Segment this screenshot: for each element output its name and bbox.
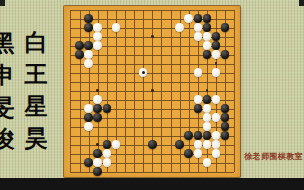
stone-black bbox=[93, 113, 102, 122]
stone-white bbox=[103, 149, 112, 158]
stone-white bbox=[139, 68, 148, 77]
stone-white bbox=[112, 23, 121, 32]
grid-line-vertical bbox=[234, 10, 235, 172]
white-name-char-3: 昊 bbox=[24, 123, 48, 155]
stone-black bbox=[203, 23, 212, 32]
stone-white bbox=[103, 158, 112, 167]
top-right-corner-mark bbox=[299, 0, 304, 6]
stone-black bbox=[194, 14, 203, 23]
stone-black bbox=[93, 104, 102, 113]
stone-white bbox=[93, 32, 102, 41]
stone-white bbox=[203, 32, 212, 41]
stone-white bbox=[212, 68, 221, 77]
stone-black bbox=[84, 23, 93, 32]
stone-black bbox=[212, 41, 221, 50]
stone-white bbox=[212, 50, 221, 59]
stone-black bbox=[175, 140, 184, 149]
stone-black bbox=[203, 131, 212, 140]
star-point bbox=[96, 143, 99, 146]
stone-black bbox=[103, 104, 112, 113]
stone-white bbox=[194, 68, 203, 77]
star-point bbox=[151, 89, 154, 92]
stone-white bbox=[194, 23, 203, 32]
stone-white bbox=[175, 23, 184, 32]
stone-black bbox=[93, 149, 102, 158]
stone-black bbox=[194, 104, 203, 113]
stone-white bbox=[194, 140, 203, 149]
stone-white bbox=[203, 140, 212, 149]
stone-white bbox=[203, 158, 212, 167]
grid-line-vertical bbox=[189, 10, 190, 172]
stone-white bbox=[203, 41, 212, 50]
stone-white bbox=[184, 14, 193, 23]
star-point bbox=[151, 35, 154, 38]
top-left-corner-mark bbox=[0, 0, 5, 6]
grid-line-vertical bbox=[171, 10, 172, 172]
stone-black bbox=[203, 14, 212, 23]
stone-black bbox=[212, 32, 221, 41]
stone-white bbox=[194, 95, 203, 104]
stone-black bbox=[203, 50, 212, 59]
grid-line-vertical bbox=[225, 10, 226, 172]
stone-white bbox=[212, 131, 221, 140]
stone-black bbox=[84, 158, 93, 167]
stone-black bbox=[194, 131, 203, 140]
stone-black bbox=[84, 41, 93, 50]
stone-black bbox=[84, 113, 93, 122]
stone-white bbox=[84, 59, 93, 68]
stone-black bbox=[184, 149, 193, 158]
white-label: 白 bbox=[24, 27, 48, 59]
stone-white bbox=[212, 95, 221, 104]
screenshot-root: 黑 申 旻 埈 白 王 星 昊 徐老师围棋教室 bbox=[0, 0, 304, 190]
white-player-column: 白 王 星 昊 bbox=[24, 27, 48, 155]
black-label: 黑 bbox=[0, 28, 15, 60]
stone-white bbox=[93, 95, 102, 104]
star-point bbox=[96, 89, 99, 92]
stone-white bbox=[194, 149, 203, 158]
stone-black bbox=[221, 131, 230, 140]
stone-white bbox=[93, 23, 102, 32]
stone-white bbox=[212, 113, 221, 122]
watermark-text: 徐老师围棋教室 bbox=[244, 151, 303, 162]
stone-white bbox=[93, 41, 102, 50]
stone-black bbox=[184, 131, 193, 140]
black-name-char-3: 埈 bbox=[0, 124, 15, 156]
stone-white bbox=[203, 122, 212, 131]
go-board[interactable] bbox=[64, 6, 240, 177]
stone-white bbox=[212, 149, 221, 158]
player-control-bar bbox=[0, 178, 304, 190]
stone-black bbox=[221, 104, 230, 113]
white-name-char-2: 星 bbox=[24, 91, 48, 123]
black-name-char-1: 申 bbox=[0, 60, 15, 92]
stone-black bbox=[103, 140, 112, 149]
stone-black bbox=[93, 167, 102, 176]
stone-white bbox=[203, 113, 212, 122]
stone-black bbox=[75, 41, 84, 50]
stone-white bbox=[93, 158, 102, 167]
black-player-column: 黑 申 旻 埈 bbox=[0, 28, 15, 156]
stone-white bbox=[112, 140, 121, 149]
stone-black bbox=[75, 50, 84, 59]
stone-white bbox=[203, 104, 212, 113]
stone-black bbox=[84, 14, 93, 23]
stone-black bbox=[148, 140, 157, 149]
star-point bbox=[206, 89, 209, 92]
stone-black bbox=[203, 95, 212, 104]
stone-white bbox=[194, 32, 203, 41]
stone-black bbox=[221, 113, 230, 122]
stone-black bbox=[221, 23, 230, 32]
stone-white bbox=[84, 50, 93, 59]
stone-black bbox=[221, 122, 230, 131]
black-name-char-2: 旻 bbox=[0, 92, 15, 124]
last-move-marker bbox=[142, 71, 145, 74]
white-name-char-1: 王 bbox=[24, 59, 48, 91]
stone-black bbox=[221, 50, 230, 59]
stone-white bbox=[84, 104, 93, 113]
stone-white bbox=[212, 140, 221, 149]
grid-line-vertical bbox=[161, 10, 162, 172]
stone-white bbox=[84, 122, 93, 131]
